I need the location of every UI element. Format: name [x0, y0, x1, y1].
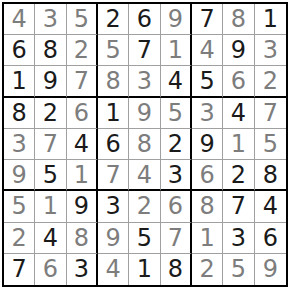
cell-r7c4[interactable]: 3 [98, 191, 129, 222]
cell-r9c4[interactable]: 4 [98, 254, 129, 285]
cell-r2c6[interactable]: 1 [161, 35, 192, 66]
solved-digit: 9 [263, 257, 278, 281]
given-digit: 1 [12, 69, 27, 93]
given-digit: 4 [263, 194, 278, 218]
given-digit: 4 [43, 226, 58, 250]
cell-r8c7[interactable]: 1 [192, 223, 223, 254]
cell-r6c9[interactable]: 8 [255, 160, 286, 191]
solved-digit: 8 [106, 69, 121, 93]
given-digit: 3 [231, 226, 246, 250]
cell-r7c5[interactable]: 2 [129, 191, 160, 222]
given-digit: 8 [263, 163, 278, 187]
given-digit: 4 [74, 132, 89, 156]
cell-r4c3[interactable]: 6 [67, 98, 98, 129]
cell-r4c1[interactable]: 8 [4, 98, 35, 129]
given-digit: 7 [137, 38, 152, 62]
cell-r5c4[interactable]: 6 [98, 129, 129, 160]
solved-digit: 8 [200, 194, 215, 218]
cell-r3c5[interactable]: 3 [129, 66, 160, 97]
cell-r8c5[interactable]: 5 [129, 223, 160, 254]
cell-r5c1[interactable]: 3 [4, 129, 35, 160]
solved-digit: 6 [74, 101, 89, 125]
solved-digit: 7 [168, 226, 183, 250]
cell-r1c4[interactable]: 2 [98, 4, 129, 35]
solved-digit: 2 [137, 194, 152, 218]
cell-r7c3[interactable]: 9 [67, 191, 98, 222]
solved-digit: 4 [12, 7, 27, 31]
cell-r3c7[interactable]: 5 [192, 66, 223, 97]
solved-digit: 5 [231, 257, 246, 281]
cell-r1c2[interactable]: 3 [35, 4, 66, 35]
given-digit: 4 [231, 101, 246, 125]
cell-r9c3[interactable]: 3 [67, 254, 98, 285]
given-digit: 4 [168, 69, 183, 93]
solved-digit: 5 [74, 7, 89, 31]
given-digit: 5 [43, 163, 58, 187]
cell-r3c1[interactable]: 1 [4, 66, 35, 97]
solved-digit: 9 [168, 7, 183, 31]
cell-r3c6[interactable]: 4 [161, 66, 192, 97]
cell-r3c3[interactable]: 7 [67, 66, 98, 97]
given-digit: 9 [200, 132, 215, 156]
solved-digit: 8 [137, 132, 152, 156]
cell-r5c2[interactable]: 7 [35, 129, 66, 160]
cell-r1c3[interactable]: 5 [67, 4, 98, 35]
sudoku-board: 4352697816825714931978345628261953473746… [2, 2, 288, 287]
cell-r8c3[interactable]: 8 [67, 223, 98, 254]
given-digit: 2 [168, 132, 183, 156]
cell-r8c8[interactable]: 3 [223, 223, 254, 254]
solved-digit: 6 [43, 257, 58, 281]
cell-r7c1[interactable]: 5 [4, 191, 35, 222]
cell-r6c3[interactable]: 1 [67, 160, 98, 191]
given-digit: 1 [263, 7, 278, 31]
solved-digit: 9 [137, 101, 152, 125]
cell-r6c4[interactable]: 7 [98, 160, 129, 191]
solved-digit: 6 [231, 69, 246, 93]
cell-r4c5[interactable]: 9 [129, 98, 160, 129]
cell-r2c1[interactable]: 6 [4, 35, 35, 66]
cell-r5c6[interactable]: 2 [161, 129, 192, 160]
cell-r6c6[interactable]: 3 [161, 160, 192, 191]
solved-digit: 7 [43, 132, 58, 156]
solved-digit: 7 [106, 163, 121, 187]
given-digit: 2 [106, 7, 121, 31]
cell-r2c4[interactable]: 5 [98, 35, 129, 66]
solved-digit: 8 [74, 226, 89, 250]
solved-digit: 1 [168, 38, 183, 62]
solved-digit: 6 [200, 163, 215, 187]
given-digit: 1 [137, 257, 152, 281]
solved-digit: 5 [12, 194, 27, 218]
solved-digit: 4 [137, 163, 152, 187]
cell-r8c1[interactable]: 2 [4, 223, 35, 254]
cell-r6c5[interactable]: 4 [129, 160, 160, 191]
cell-r1c8[interactable]: 8 [223, 4, 254, 35]
solved-digit: 9 [12, 163, 27, 187]
cell-r4c8[interactable]: 4 [223, 98, 254, 129]
given-digit: 7 [12, 257, 27, 281]
cell-r5c7[interactable]: 9 [192, 129, 223, 160]
cell-r6c8[interactable]: 2 [223, 160, 254, 191]
cell-r8c9[interactable]: 6 [255, 223, 286, 254]
solved-digit: 9 [106, 226, 121, 250]
cell-r8c6[interactable]: 7 [161, 223, 192, 254]
solved-digit: 7 [263, 101, 278, 125]
cell-r7c9[interactable]: 4 [255, 191, 286, 222]
cell-r2c3[interactable]: 2 [67, 35, 98, 66]
given-digit: 3 [168, 163, 183, 187]
given-digit: 6 [137, 7, 152, 31]
cell-r4c7[interactable]: 3 [192, 98, 223, 129]
cell-r9c1[interactable]: 7 [4, 254, 35, 285]
cell-r2c5[interactable]: 7 [129, 35, 160, 66]
given-digit: 6 [12, 38, 27, 62]
cell-r9c8[interactable]: 5 [223, 254, 254, 285]
cell-r3c8[interactable]: 6 [223, 66, 254, 97]
cell-r7c8[interactable]: 7 [223, 191, 254, 222]
given-digit: 2 [43, 101, 58, 125]
solved-digit: 2 [12, 226, 27, 250]
solved-digit: 7 [74, 69, 89, 93]
given-digit: 6 [106, 132, 121, 156]
cell-r3c9[interactable]: 2 [255, 66, 286, 97]
cell-r7c2[interactable]: 1 [35, 191, 66, 222]
cell-r1c5[interactable]: 6 [129, 4, 160, 35]
cell-r3c2[interactable]: 9 [35, 66, 66, 97]
cell-r4c9[interactable]: 7 [255, 98, 286, 129]
cell-r4c6[interactable]: 5 [161, 98, 192, 129]
solved-digit: 1 [74, 163, 89, 187]
cell-r9c9[interactable]: 9 [255, 254, 286, 285]
cell-r2c9[interactable]: 3 [255, 35, 286, 66]
cell-r2c2[interactable]: 8 [35, 35, 66, 66]
given-digit: 2 [231, 163, 246, 187]
cell-r5c5[interactable]: 8 [129, 129, 160, 160]
cell-r9c6[interactable]: 8 [161, 254, 192, 285]
cell-r7c6[interactable]: 6 [161, 191, 192, 222]
cell-r1c6[interactable]: 9 [161, 4, 192, 35]
cell-r1c9[interactable]: 1 [255, 4, 286, 35]
solved-digit: 3 [43, 7, 58, 31]
solved-digit: 6 [168, 194, 183, 218]
solved-digit: 4 [200, 38, 215, 62]
solved-digit: 8 [231, 7, 246, 31]
cell-r9c7[interactable]: 2 [192, 254, 223, 285]
cell-r1c7[interactable]: 7 [192, 4, 223, 35]
cell-r4c2[interactable]: 2 [35, 98, 66, 129]
given-digit: 8 [43, 38, 58, 62]
cell-r2c7[interactable]: 4 [192, 35, 223, 66]
solved-digit: 3 [263, 38, 278, 62]
solved-digit: 3 [200, 101, 215, 125]
cell-r5c8[interactable]: 1 [223, 129, 254, 160]
cell-r2c8[interactable]: 9 [223, 35, 254, 66]
cell-r5c3[interactable]: 4 [67, 129, 98, 160]
cell-r4c4[interactable]: 1 [98, 98, 129, 129]
given-digit: 5 [137, 226, 152, 250]
cell-r9c2[interactable]: 6 [35, 254, 66, 285]
cell-r7c7[interactable]: 8 [192, 191, 223, 222]
given-digit: 6 [263, 226, 278, 250]
solved-digit: 3 [12, 132, 27, 156]
cell-r1c1[interactable]: 4 [4, 4, 35, 35]
solved-digit: 2 [263, 69, 278, 93]
given-digit: 8 [168, 257, 183, 281]
cell-r6c1[interactable]: 9 [4, 160, 35, 191]
given-digit: 3 [106, 194, 121, 218]
cell-r8c2[interactable]: 4 [35, 223, 66, 254]
solved-digit: 2 [74, 38, 89, 62]
solved-digit: 3 [137, 69, 152, 93]
cell-r6c2[interactable]: 5 [35, 160, 66, 191]
solved-digit: 5 [263, 132, 278, 156]
given-digit: 8 [12, 101, 27, 125]
given-digit: 5 [200, 69, 215, 93]
solved-digit: 5 [106, 38, 121, 62]
cell-r9c5[interactable]: 1 [129, 254, 160, 285]
given-digit: 9 [231, 38, 246, 62]
solved-digit: 4 [106, 257, 121, 281]
cell-r5c9[interactable]: 5 [255, 129, 286, 160]
solved-digit: 1 [200, 226, 215, 250]
given-digit: 9 [74, 194, 89, 218]
solved-digit: 1 [231, 132, 246, 156]
given-digit: 3 [74, 257, 89, 281]
cell-r3c4[interactable]: 8 [98, 66, 129, 97]
cell-r8c4[interactable]: 9 [98, 223, 129, 254]
solved-digit: 2 [200, 257, 215, 281]
given-digit: 9 [43, 69, 58, 93]
solved-digit: 5 [168, 101, 183, 125]
solved-digit: 1 [43, 194, 58, 218]
cell-r6c7[interactable]: 6 [192, 160, 223, 191]
given-digit: 7 [231, 194, 246, 218]
given-digit: 7 [200, 7, 215, 31]
given-digit: 1 [106, 101, 121, 125]
